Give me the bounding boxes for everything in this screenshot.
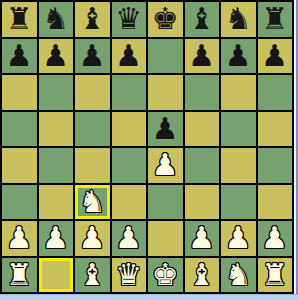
square-g3[interactable]: [221, 185, 256, 220]
square-e2[interactable]: [148, 221, 183, 256]
square-c8[interactable]: ♝: [75, 2, 110, 37]
black-pawn-piece: ♟: [225, 39, 252, 73]
black-bishop-piece: ♝: [188, 2, 215, 36]
square-c6[interactable]: [75, 75, 110, 110]
square-e5[interactable]: ♟: [148, 112, 183, 147]
square-b8[interactable]: ♞: [39, 2, 74, 37]
square-c1[interactable]: ♝: [75, 258, 110, 293]
square-b7[interactable]: ♟: [39, 39, 74, 74]
square-f5[interactable]: [185, 112, 220, 147]
square-d1[interactable]: ♛: [112, 258, 147, 293]
square-b5[interactable]: [39, 112, 74, 147]
square-b1[interactable]: [39, 258, 74, 293]
square-e6[interactable]: [148, 75, 183, 110]
square-a6[interactable]: [2, 75, 37, 110]
square-a2[interactable]: ♟: [2, 221, 37, 256]
black-pawn-piece: ♟: [152, 112, 179, 146]
black-knight-piece: ♞: [42, 2, 69, 36]
white-rook-piece: ♜: [6, 258, 33, 292]
square-d7[interactable]: ♟: [112, 39, 147, 74]
square-e3[interactable]: [148, 185, 183, 220]
white-bishop-piece: ♝: [188, 258, 215, 292]
black-pawn-piece: ♟: [188, 39, 215, 73]
square-c5[interactable]: [75, 112, 110, 147]
square-c3[interactable]: ♞: [75, 185, 110, 220]
square-b3[interactable]: [39, 185, 74, 220]
square-c7[interactable]: ♟: [75, 39, 110, 74]
square-g2[interactable]: ♟: [221, 221, 256, 256]
black-knight-piece: ♞: [225, 2, 252, 36]
square-g7[interactable]: ♟: [221, 39, 256, 74]
white-pawn-piece: ♟: [6, 221, 33, 255]
square-a4[interactable]: [2, 148, 37, 183]
square-g1[interactable]: ♞: [221, 258, 256, 293]
chess-board: ♜♞♝♛♚♝♞♜♟♟♟♟♟♟♟♟♟♞♟♟♟♟♟♟♟♜♝♛♚♝♞♜: [0, 0, 294, 294]
white-knight-piece: ♞: [79, 185, 106, 219]
black-king-piece: ♚: [152, 2, 179, 36]
black-pawn-piece: ♟: [261, 39, 288, 73]
square-d4[interactable]: [112, 148, 147, 183]
white-pawn-piece: ♟: [42, 221, 69, 255]
square-g8[interactable]: ♞: [221, 2, 256, 37]
square-f3[interactable]: [185, 185, 220, 220]
square-f4[interactable]: [185, 148, 220, 183]
square-h3[interactable]: [258, 185, 293, 220]
square-e8[interactable]: ♚: [148, 2, 183, 37]
square-f1[interactable]: ♝: [185, 258, 220, 293]
black-rook-piece: ♜: [6, 2, 33, 36]
square-a7[interactable]: ♟: [2, 39, 37, 74]
black-pawn-piece: ♟: [6, 39, 33, 73]
square-f7[interactable]: ♟: [185, 39, 220, 74]
square-c4[interactable]: [75, 148, 110, 183]
square-h8[interactable]: ♜: [258, 2, 293, 37]
white-rook-piece: ♜: [261, 258, 288, 292]
square-e1[interactable]: ♚: [148, 258, 183, 293]
square-g5[interactable]: [221, 112, 256, 147]
square-d3[interactable]: [112, 185, 147, 220]
window-bottom-edge: [0, 294, 298, 300]
white-queen-piece: ♛: [115, 258, 142, 292]
white-pawn-piece: ♟: [79, 221, 106, 255]
white-pawn-piece: ♟: [225, 221, 252, 255]
square-h1[interactable]: ♜: [258, 258, 293, 293]
square-b2[interactable]: ♟: [39, 221, 74, 256]
white-pawn-piece: ♟: [261, 221, 288, 255]
square-a3[interactable]: [2, 185, 37, 220]
white-bishop-piece: ♝: [79, 258, 106, 292]
black-rook-piece: ♜: [261, 2, 288, 36]
square-h2[interactable]: ♟: [258, 221, 293, 256]
black-bishop-piece: ♝: [79, 2, 106, 36]
black-queen-piece: ♛: [115, 2, 142, 36]
square-d5[interactable]: [112, 112, 147, 147]
square-f8[interactable]: ♝: [185, 2, 220, 37]
square-h7[interactable]: ♟: [258, 39, 293, 74]
square-a8[interactable]: ♜: [2, 2, 37, 37]
square-e7[interactable]: [148, 39, 183, 74]
black-pawn-piece: ♟: [115, 39, 142, 73]
square-a5[interactable]: [2, 112, 37, 147]
black-pawn-piece: ♟: [42, 39, 69, 73]
window-right-edge: [294, 0, 298, 294]
square-h6[interactable]: [258, 75, 293, 110]
square-h4[interactable]: [258, 148, 293, 183]
square-f6[interactable]: [185, 75, 220, 110]
square-b4[interactable]: [39, 148, 74, 183]
square-g4[interactable]: [221, 148, 256, 183]
square-a1[interactable]: ♜: [2, 258, 37, 293]
white-pawn-piece: ♟: [152, 148, 179, 182]
square-d8[interactable]: ♛: [112, 2, 147, 37]
square-c2[interactable]: ♟: [75, 221, 110, 256]
square-d6[interactable]: [112, 75, 147, 110]
square-h5[interactable]: [258, 112, 293, 147]
chess-app-window: ♜♞♝♛♚♝♞♜♟♟♟♟♟♟♟♟♟♞♟♟♟♟♟♟♟♜♝♛♚♝♞♜: [0, 0, 298, 300]
square-b6[interactable]: [39, 75, 74, 110]
white-pawn-piece: ♟: [188, 221, 215, 255]
white-pawn-piece: ♟: [115, 221, 142, 255]
white-king-piece: ♚: [152, 258, 179, 292]
square-e4[interactable]: ♟: [148, 148, 183, 183]
square-g6[interactable]: [221, 75, 256, 110]
square-f2[interactable]: ♟: [185, 221, 220, 256]
black-pawn-piece: ♟: [79, 39, 106, 73]
white-knight-piece: ♞: [225, 258, 252, 292]
square-d2[interactable]: ♟: [112, 221, 147, 256]
